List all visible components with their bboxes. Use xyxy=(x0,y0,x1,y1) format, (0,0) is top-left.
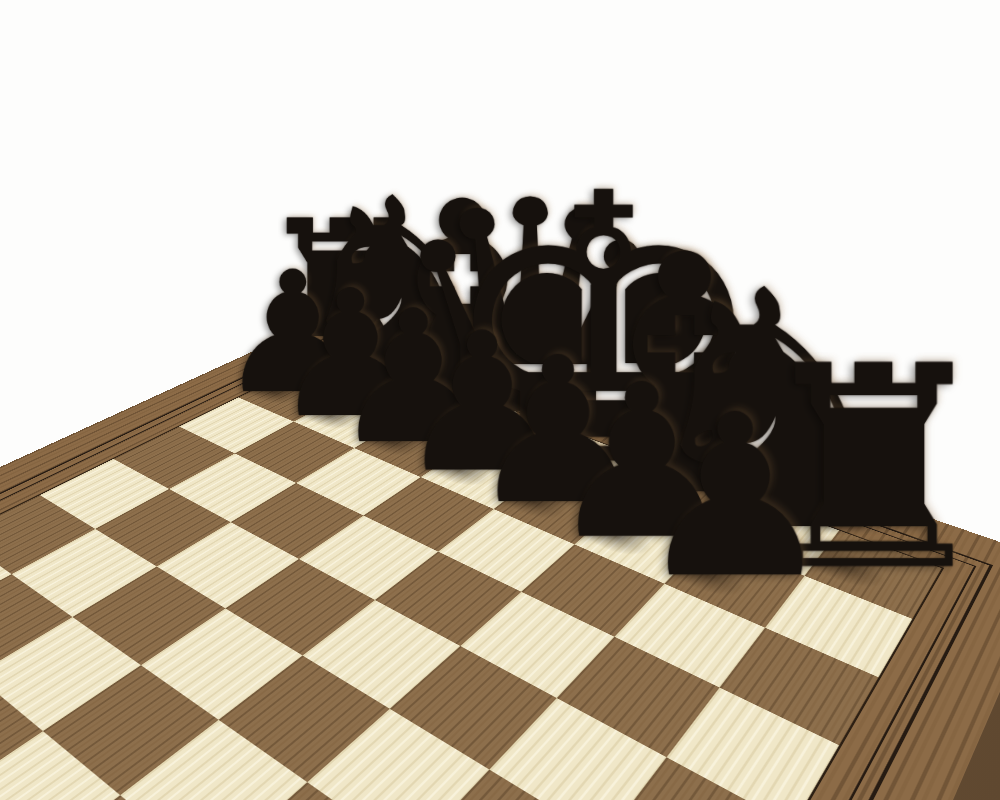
chess-product-photo: ♜♞♝♛♚♝♞♜♟♟♟♟♟♟♟ xyxy=(0,0,1000,800)
black-pawn-glyph: ♟ xyxy=(635,385,836,609)
chess-board: ♜♞♝♛♚♝♞♜♟♟♟♟♟♟♟ xyxy=(0,313,1000,800)
